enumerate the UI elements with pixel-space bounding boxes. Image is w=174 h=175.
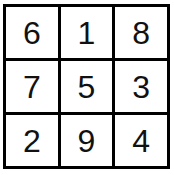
cell-r1c1: 5	[61, 61, 113, 112]
cell-r1c2: 3	[115, 61, 167, 112]
cell-r2c2: 4	[115, 115, 167, 166]
cell-r0c0: 6	[6, 7, 58, 58]
magic-square-diagram: 6 1 8 7 5 3 2 9 4	[0, 0, 174, 175]
cell-r0c2: 8	[115, 7, 167, 58]
cell-r2c0: 2	[6, 115, 58, 166]
cell-r1c0: 7	[6, 61, 58, 112]
cell-r2c1: 9	[61, 115, 113, 166]
magic-square-board: 6 1 8 7 5 3 2 9 4	[3, 4, 170, 169]
cell-r0c1: 1	[61, 7, 113, 58]
